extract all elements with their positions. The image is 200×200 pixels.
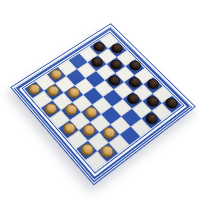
mat-border-band xyxy=(14,26,193,182)
square-e1[interactable] xyxy=(59,120,79,138)
perspective-wrapper xyxy=(30,24,175,169)
dark-piece-h8[interactable] xyxy=(163,96,180,110)
mat-pinstripe xyxy=(21,31,184,173)
board-stage xyxy=(30,24,175,169)
dark-piece-e7[interactable] xyxy=(126,76,142,90)
square-d4[interactable] xyxy=(83,88,103,105)
board-grid xyxy=(25,34,182,171)
mat-white-margin xyxy=(19,30,186,176)
square-e3[interactable] xyxy=(81,105,101,123)
checkers-mat xyxy=(10,23,196,185)
